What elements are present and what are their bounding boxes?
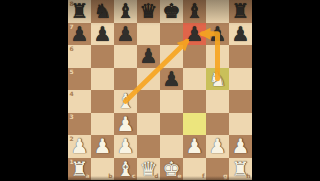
square-c3[interactable]: ♟	[114, 113, 137, 136]
square-c7[interactable]: ♟	[114, 23, 137, 46]
rank-label-5: 5	[70, 69, 74, 75]
video-frame: 8♜♞♝♛♚♝♜7♟♟♟♟♟♟6♟5♟♞4♝3♟2♟♟♟♟♟♟1a♜bc♝d♛e…	[0, 0, 320, 180]
square-g6[interactable]	[206, 45, 229, 68]
white-pawn-b2[interactable]: ♟	[94, 136, 112, 156]
black-pawn-f7[interactable]: ♟	[186, 23, 204, 43]
black-pawn-d6[interactable]: ♟	[140, 46, 158, 66]
white-bishop-c1[interactable]: ♝	[117, 158, 135, 178]
square-f1[interactable]: f	[183, 158, 206, 181]
square-h7[interactable]: ♟	[229, 23, 252, 46]
square-e2[interactable]	[160, 135, 183, 158]
square-d5[interactable]	[137, 68, 160, 91]
square-d7[interactable]	[137, 23, 160, 46]
letterbox-left	[0, 0, 68, 180]
square-g7[interactable]: ♟	[206, 23, 229, 46]
square-h4[interactable]	[229, 90, 252, 113]
square-f3-last-move-from[interactable]	[183, 113, 206, 136]
square-h6[interactable]	[229, 45, 252, 68]
white-pawn-c2[interactable]: ♟	[117, 136, 135, 156]
square-a2[interactable]: 2♟	[68, 135, 91, 158]
square-d3[interactable]	[137, 113, 160, 136]
black-rook-a8[interactable]: ♜	[71, 1, 89, 21]
square-g2[interactable]: ♟	[206, 135, 229, 158]
square-a3[interactable]: 3	[68, 113, 91, 136]
square-b5[interactable]	[91, 68, 114, 91]
square-e4[interactable]	[160, 90, 183, 113]
square-b7[interactable]: ♟	[91, 23, 114, 46]
square-e6[interactable]	[160, 45, 183, 68]
square-e3[interactable]	[160, 113, 183, 136]
square-c8[interactable]: ♝	[114, 0, 137, 23]
white-knight-g5[interactable]: ♞	[209, 68, 227, 88]
black-pawn-e5[interactable]: ♟	[163, 68, 181, 88]
square-c6[interactable]	[114, 45, 137, 68]
square-h3[interactable]	[229, 113, 252, 136]
square-a5[interactable]: 5	[68, 68, 91, 91]
white-pawn-h2[interactable]: ♟	[232, 136, 250, 156]
white-rook-h1[interactable]: ♜	[232, 158, 250, 178]
file-label-b: b	[108, 173, 112, 179]
square-b4[interactable]	[91, 90, 114, 113]
black-pawn-a7[interactable]: ♟	[71, 23, 89, 43]
square-e1[interactable]: e♚	[160, 158, 183, 181]
square-b3[interactable]	[91, 113, 114, 136]
black-king-e8[interactable]: ♚	[163, 1, 181, 21]
letterbox-right	[252, 0, 320, 180]
square-h8[interactable]: ♜	[229, 0, 252, 23]
square-a6[interactable]: 6	[68, 45, 91, 68]
square-d4[interactable]	[137, 90, 160, 113]
square-g1[interactable]: g	[206, 158, 229, 181]
square-g4[interactable]	[206, 90, 229, 113]
rank-label-6: 6	[70, 46, 74, 52]
black-knight-b8[interactable]: ♞	[94, 1, 112, 21]
square-f8[interactable]: ♝	[183, 0, 206, 23]
square-f6[interactable]	[183, 45, 206, 68]
square-a8[interactable]: 8♜	[68, 0, 91, 23]
square-d6[interactable]: ♟	[137, 45, 160, 68]
square-c5[interactable]	[114, 68, 137, 91]
black-queen-d8[interactable]: ♛	[140, 1, 158, 21]
square-g5-last-move-to[interactable]: ♞	[206, 68, 229, 91]
square-c2[interactable]: ♟	[114, 135, 137, 158]
square-b6[interactable]	[91, 45, 114, 68]
white-bishop-c4[interactable]: ♝	[117, 91, 135, 111]
board-grid: 8♜♞♝♛♚♝♜7♟♟♟♟♟♟6♟5♟♞4♝3♟2♟♟♟♟♟♟1a♜bc♝d♛e…	[68, 0, 252, 180]
chess-board: 8♜♞♝♛♚♝♜7♟♟♟♟♟♟6♟5♟♞4♝3♟2♟♟♟♟♟♟1a♜bc♝d♛e…	[68, 0, 252, 180]
square-f4[interactable]	[183, 90, 206, 113]
black-bishop-f8[interactable]: ♝	[186, 1, 204, 21]
black-pawn-h7[interactable]: ♟	[232, 23, 250, 43]
square-b2[interactable]: ♟	[91, 135, 114, 158]
black-bishop-c8[interactable]: ♝	[117, 1, 135, 21]
square-a1[interactable]: 1a♜	[68, 158, 91, 181]
square-a4[interactable]: 4	[68, 90, 91, 113]
square-c1[interactable]: c♝	[114, 158, 137, 181]
square-a7[interactable]: 7♟	[68, 23, 91, 46]
square-f7-attacked-square[interactable]: ♟	[183, 23, 206, 46]
square-g8[interactable]	[206, 0, 229, 23]
square-g3[interactable]	[206, 113, 229, 136]
square-f2[interactable]: ♟	[183, 135, 206, 158]
square-e8[interactable]: ♚	[160, 0, 183, 23]
white-queen-d1[interactable]: ♛	[140, 158, 158, 178]
white-pawn-f2[interactable]: ♟	[186, 136, 204, 156]
square-e7[interactable]	[160, 23, 183, 46]
file-label-f: f	[202, 173, 205, 179]
rank-label-3: 3	[70, 114, 74, 120]
black-pawn-c7[interactable]: ♟	[117, 23, 135, 43]
square-d1[interactable]: d♛	[137, 158, 160, 181]
black-pawn-b7[interactable]: ♟	[94, 23, 112, 43]
square-e5[interactable]: ♟	[160, 68, 183, 91]
white-rook-a1[interactable]: ♜	[71, 158, 89, 178]
white-pawn-c3[interactable]: ♟	[117, 113, 135, 133]
black-pawn-g7[interactable]: ♟	[209, 23, 227, 43]
square-d8[interactable]: ♛	[137, 0, 160, 23]
white-pawn-a2[interactable]: ♟	[71, 136, 89, 156]
white-pawn-g2[interactable]: ♟	[209, 136, 227, 156]
file-label-g: g	[223, 173, 227, 179]
square-b8[interactable]: ♞	[91, 0, 114, 23]
square-f5[interactable]	[183, 68, 206, 91]
square-h5[interactable]	[229, 68, 252, 91]
square-h1[interactable]: h♜	[229, 158, 252, 181]
square-h2[interactable]: ♟	[229, 135, 252, 158]
white-king-e1[interactable]: ♚	[163, 158, 181, 178]
square-b1[interactable]: b	[91, 158, 114, 181]
rank-label-4: 4	[70, 91, 74, 97]
square-d2[interactable]	[137, 135, 160, 158]
black-rook-h8[interactable]: ♜	[232, 1, 250, 21]
square-c4[interactable]: ♝	[114, 90, 137, 113]
